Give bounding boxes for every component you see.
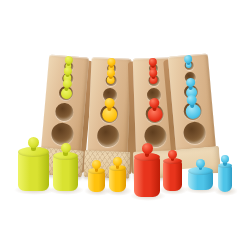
yellow-cylinder-small[interactable] bbox=[109, 168, 126, 192]
product-photo-scene bbox=[0, 0, 250, 250]
yellow-socket-1-knob[interactable] bbox=[107, 57, 115, 65]
yellow-cylinder-small[interactable] bbox=[88, 171, 105, 192]
green-block-top-face bbox=[41, 54, 89, 151]
blue-socket-4-knob[interactable] bbox=[186, 94, 197, 105]
green-socket-1-knob[interactable] bbox=[65, 55, 74, 64]
green-cylinder-large-body bbox=[18, 152, 49, 191]
red-socket-4-knob[interactable] bbox=[149, 97, 159, 107]
red-cylinder-large-knob[interactable] bbox=[142, 143, 153, 154]
green-socket-2-knob[interactable] bbox=[64, 66, 73, 75]
green-socket-5[interactable] bbox=[51, 122, 75, 146]
red-socket-1-knob[interactable] bbox=[149, 57, 157, 65]
yellow-cylinder-small-knob[interactable] bbox=[113, 157, 122, 166]
yellow-cylinder-small-knob[interactable] bbox=[92, 160, 101, 169]
blue-socket-5[interactable] bbox=[183, 121, 207, 145]
yellow-socket-4-knob[interactable] bbox=[104, 97, 114, 107]
blue-cylinder-wide-flat[interactable] bbox=[188, 171, 213, 190]
blue-socket-1-knob[interactable] bbox=[184, 54, 193, 63]
blue-cylinder-wide-flat-knob[interactable] bbox=[196, 159, 205, 168]
red-cylinder-medium-body bbox=[163, 161, 182, 191]
yellow-socket-5[interactable] bbox=[97, 124, 120, 147]
yellow-cylinder-small-body bbox=[109, 168, 126, 192]
red-socket-2-knob[interactable] bbox=[149, 68, 157, 76]
yellow-block-top-face bbox=[88, 57, 132, 153]
blue-cylinder-small-knob[interactable] bbox=[221, 155, 229, 163]
red-cylinder-large[interactable] bbox=[134, 157, 160, 197]
green-cylinder-large[interactable] bbox=[18, 152, 49, 191]
yellow-cylinder-small-body bbox=[88, 171, 105, 192]
green-cylinder-large-knob[interactable] bbox=[28, 137, 39, 148]
red-cylinder-medium[interactable] bbox=[163, 161, 182, 191]
blue-cylinder-small[interactable] bbox=[218, 165, 232, 192]
red-cylinder-medium-knob[interactable] bbox=[168, 150, 177, 159]
blue-cylinder-small-body bbox=[218, 165, 232, 192]
blue-block-top-face bbox=[168, 53, 216, 150]
yellow-socket-2-knob[interactable] bbox=[107, 68, 115, 76]
green-cylinder-medium-body bbox=[53, 156, 78, 191]
red-cylinder-large-body bbox=[134, 157, 160, 197]
green-cylinder-medium[interactable] bbox=[53, 156, 78, 191]
green-socket-4[interactable] bbox=[55, 102, 75, 122]
green-cylinder-medium-knob[interactable] bbox=[61, 143, 71, 153]
